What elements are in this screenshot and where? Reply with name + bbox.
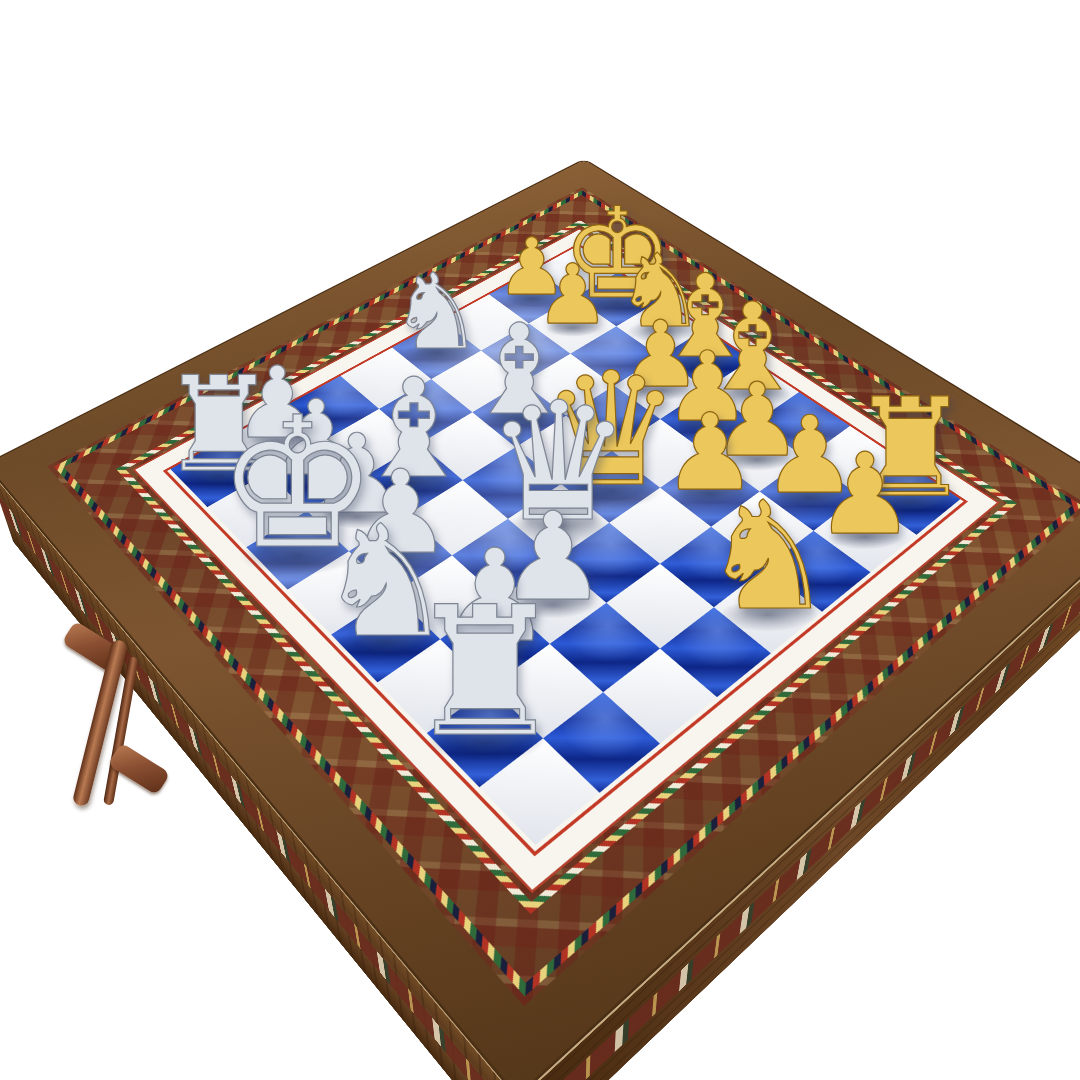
square-h3[interactable] xyxy=(603,649,717,744)
photo-canvas: ♚♞♝♝♜♟♟♟♟♟♟♟♟♛♞♞♝♛♝♟♟♟♟♟♟♜♚♞♜ xyxy=(0,0,1080,1080)
piece-black-knight-h5[interactable]: ♞ xyxy=(701,482,835,631)
square-g4[interactable] xyxy=(606,564,714,649)
piece-white-rook-g1[interactable]: ♜ xyxy=(405,584,565,763)
